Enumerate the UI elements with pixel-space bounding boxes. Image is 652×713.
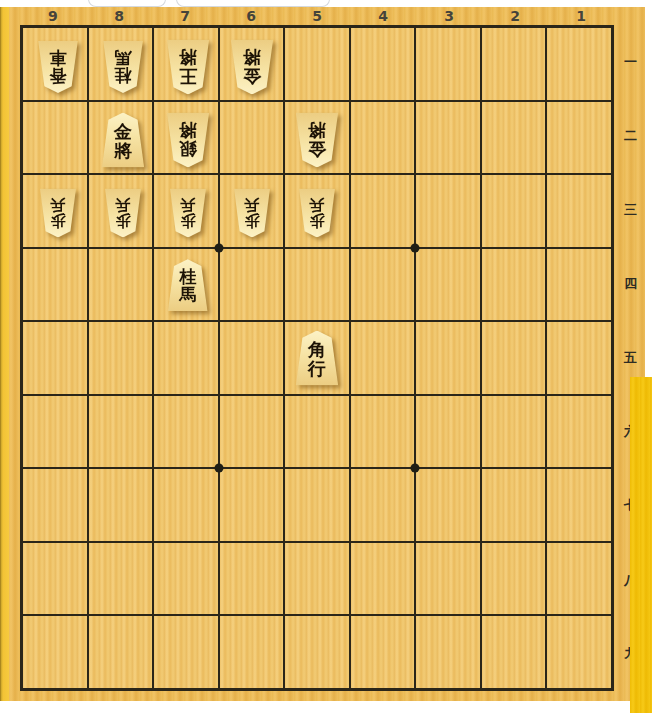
rank-label-3: 三 — [624, 201, 637, 219]
file-label-5: 5 — [312, 8, 322, 24]
gote-lance-9一[interactable]: 香車 — [36, 41, 80, 93]
piece-kanji: 銀 — [179, 140, 197, 159]
piece-tile: 歩兵 — [38, 188, 78, 237]
sente-gold-8二[interactable]: 金將 — [100, 113, 147, 168]
gote-pawn-9三[interactable]: 歩兵 — [38, 188, 78, 237]
piece-kanji: 兵 — [116, 197, 131, 213]
gote-gold-6一[interactable]: 金將 — [229, 40, 276, 95]
piece-tile: 歩兵 — [232, 188, 272, 237]
piece-kanji: 兵 — [310, 197, 325, 213]
gote-pawn-7三[interactable]: 歩兵 — [168, 188, 208, 237]
rank-label-2: 二 — [624, 127, 637, 145]
piece-tile: 歩兵 — [103, 188, 143, 237]
browser-tab-remnant — [88, 0, 166, 7]
right-yellow-band — [630, 377, 652, 713]
piece-tile: 歩兵 — [168, 188, 208, 237]
gote-king-7一[interactable]: 王將 — [164, 40, 211, 95]
piece-kanji: 香 — [50, 67, 67, 85]
piece-tile: 金將 — [100, 113, 147, 168]
piece-kanji: 桂 — [115, 67, 132, 85]
left-yellow-strip — [0, 7, 9, 701]
rank-label-4: 四 — [624, 275, 637, 293]
piece-tile: 桂馬 — [101, 41, 145, 93]
piece-kanji: 王 — [179, 67, 197, 86]
rank-label-5: 五 — [624, 349, 637, 367]
piece-tile: 金將 — [229, 40, 276, 95]
piece-tile: 角行 — [294, 331, 341, 386]
file-label-4: 4 — [378, 8, 388, 24]
piece-kanji: 兵 — [51, 197, 66, 213]
sente-bishop-5五[interactable]: 角行 — [294, 331, 341, 386]
piece-tile: 金將 — [294, 113, 341, 168]
file-labels-row: 987654321 — [20, 7, 614, 25]
piece-kanji: 將 — [308, 121, 326, 140]
piece-layer: 香車桂馬王將金將金將銀將金將歩兵歩兵歩兵歩兵歩兵桂馬角行 — [26, 31, 608, 685]
gote-pawn-6三[interactable]: 歩兵 — [232, 188, 272, 237]
piece-tile: 銀將 — [164, 113, 211, 168]
browser-tab-remnant — [176, 0, 330, 7]
piece-kanji: 歩 — [51, 213, 66, 229]
piece-tile: 桂馬 — [166, 259, 210, 311]
piece-tile: 香車 — [36, 41, 80, 93]
piece-kanji: 歩 — [180, 213, 195, 229]
piece-kanji: 金 — [243, 67, 261, 86]
piece-kanji: 馬 — [115, 49, 132, 67]
piece-kanji: 歩 — [245, 213, 260, 229]
top-white-strip — [0, 0, 652, 7]
piece-kanji: 歩 — [310, 213, 325, 229]
piece-tile: 歩兵 — [297, 188, 337, 237]
file-label-7: 7 — [180, 8, 190, 24]
gote-silver-7二[interactable]: 銀將 — [164, 113, 211, 168]
file-label-1: 1 — [576, 8, 586, 24]
sente-knight-7四[interactable]: 桂馬 — [166, 259, 210, 311]
piece-kanji: 將 — [114, 140, 132, 159]
piece-kanji: 歩 — [116, 213, 131, 229]
gote-pawn-8三[interactable]: 歩兵 — [103, 188, 143, 237]
piece-kanji: 桂 — [179, 267, 196, 285]
shogi-app-screenshot: 987654321 香車桂馬王將金將金將銀將金將歩兵歩兵歩兵歩兵歩兵桂馬角行 一… — [0, 0, 652, 713]
piece-kanji: 角 — [308, 339, 326, 358]
piece-kanji: 兵 — [245, 197, 260, 213]
file-label-8: 8 — [114, 8, 124, 24]
piece-kanji: 金 — [308, 140, 326, 159]
file-label-3: 3 — [444, 8, 454, 24]
shogi-board[interactable]: 香車桂馬王將金將金將銀將金將歩兵歩兵歩兵歩兵歩兵桂馬角行 — [20, 25, 614, 691]
piece-kanji: 將 — [179, 48, 197, 67]
piece-tile: 王將 — [164, 40, 211, 95]
file-label-9: 9 — [48, 8, 58, 24]
piece-kanji: 車 — [50, 49, 67, 67]
piece-kanji: 金 — [114, 121, 132, 140]
shogi-board-panel: 987654321 香車桂馬王將金將金將銀將金將歩兵歩兵歩兵歩兵歩兵桂馬角行 一… — [8, 7, 645, 701]
gote-pawn-5三[interactable]: 歩兵 — [297, 188, 337, 237]
piece-kanji: 馬 — [179, 285, 196, 303]
piece-kanji: 將 — [179, 121, 197, 140]
file-label-6: 6 — [246, 8, 256, 24]
gote-knight-8一[interactable]: 桂馬 — [101, 41, 145, 93]
piece-kanji: 將 — [243, 48, 261, 67]
rank-label-1: 一 — [624, 53, 637, 71]
file-label-2: 2 — [510, 8, 520, 24]
piece-kanji: 兵 — [180, 197, 195, 213]
piece-kanji: 行 — [308, 358, 326, 377]
gote-gold-5二[interactable]: 金將 — [294, 113, 341, 168]
